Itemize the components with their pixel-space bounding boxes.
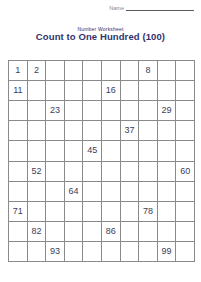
grid-cell-empty[interactable]: [176, 121, 194, 140]
grid-cell-empty[interactable]: [102, 121, 120, 140]
grid-cell-empty[interactable]: [65, 162, 83, 181]
grid-cell-empty[interactable]: [176, 222, 194, 241]
grid-cell-empty[interactable]: [158, 81, 176, 100]
grid-cell-filled[interactable]: 78: [139, 202, 157, 221]
grid-cell-filled[interactable]: 60: [176, 162, 194, 181]
grid-cell-empty[interactable]: [83, 101, 101, 120]
grid-cell-empty[interactable]: [176, 141, 194, 160]
grid-cell-empty[interactable]: [28, 81, 46, 100]
grid-cell-empty[interactable]: [102, 141, 120, 160]
grid-cell-empty[interactable]: [139, 222, 157, 241]
grid-cell-empty[interactable]: [28, 121, 46, 140]
grid-cell-empty[interactable]: [139, 121, 157, 140]
grid-cell-empty[interactable]: [46, 202, 64, 221]
grid-cell-filled[interactable]: 11: [9, 81, 27, 100]
grid-cell-filled[interactable]: 86: [102, 222, 120, 241]
grid-cell-filled[interactable]: 37: [121, 121, 139, 140]
grid-cell-filled[interactable]: 71: [9, 202, 27, 221]
grid-cell-empty[interactable]: [102, 202, 120, 221]
grid-cell-empty[interactable]: [65, 81, 83, 100]
grid-cell-empty[interactable]: [9, 141, 27, 160]
grid-cell-filled[interactable]: 52: [28, 162, 46, 181]
grid-cell-filled[interactable]: 8: [139, 61, 157, 80]
grid-cell-empty[interactable]: [83, 202, 101, 221]
grid-cell-empty[interactable]: [28, 101, 46, 120]
grid-cell-empty[interactable]: [83, 222, 101, 241]
number-grid: 128111623293745526064717882869399: [8, 60, 195, 262]
grid-cell-empty[interactable]: [121, 61, 139, 80]
grid-cell-empty[interactable]: [102, 61, 120, 80]
grid-cell-empty[interactable]: [102, 101, 120, 120]
grid-cell-filled[interactable]: 1: [9, 61, 27, 80]
worksheet-title: Count to One Hundred (100): [0, 31, 201, 42]
grid-cell-empty[interactable]: [46, 141, 64, 160]
grid-cell-empty[interactable]: [46, 182, 64, 201]
name-label: Name: [109, 5, 124, 11]
grid-cell-filled[interactable]: 2: [28, 61, 46, 80]
grid-cell-filled[interactable]: 82: [28, 222, 46, 241]
name-field: Name: [109, 5, 194, 11]
grid-cell-empty[interactable]: [65, 141, 83, 160]
grid-cell-empty[interactable]: [83, 81, 101, 100]
grid-cell-empty[interactable]: [176, 81, 194, 100]
grid-cell-empty[interactable]: [46, 81, 64, 100]
grid-cell-empty[interactable]: [9, 182, 27, 201]
grid-cell-empty[interactable]: [83, 182, 101, 201]
grid-cell-empty[interactable]: [121, 141, 139, 160]
grid-cell-empty[interactable]: [102, 242, 120, 261]
grid-cell-empty[interactable]: [139, 242, 157, 261]
grid-cell-filled[interactable]: 93: [46, 242, 64, 261]
grid-cell-empty[interactable]: [158, 222, 176, 241]
grid-cell-empty[interactable]: [158, 61, 176, 80]
grid-cell-filled[interactable]: 16: [102, 81, 120, 100]
grid-cell-filled[interactable]: 99: [158, 242, 176, 261]
grid-cell-empty[interactable]: [9, 121, 27, 140]
grid-cell-empty[interactable]: [139, 141, 157, 160]
grid-cell-empty[interactable]: [28, 182, 46, 201]
grid-cell-empty[interactable]: [83, 242, 101, 261]
grid-cell-empty[interactable]: [9, 162, 27, 181]
grid-cell-empty[interactable]: [83, 121, 101, 140]
grid-cell-empty[interactable]: [46, 61, 64, 80]
worksheet-page: Name Number Worksheet Count to One Hundr…: [0, 0, 201, 282]
grid-cell-empty[interactable]: [9, 242, 27, 261]
grid-cell-empty[interactable]: [65, 101, 83, 120]
grid-cell-empty[interactable]: [28, 242, 46, 261]
grid-cell-empty[interactable]: [176, 242, 194, 261]
grid-cell-empty[interactable]: [121, 222, 139, 241]
name-write-line[interactable]: [126, 5, 194, 11]
grid-cell-empty[interactable]: [121, 81, 139, 100]
grid-cell-empty[interactable]: [46, 222, 64, 241]
grid-cell-empty[interactable]: [121, 162, 139, 181]
grid-cell-filled[interactable]: 45: [83, 141, 101, 160]
grid-cell-empty[interactable]: [158, 202, 176, 221]
grid-cell-filled[interactable]: 23: [46, 101, 64, 120]
grid-cell-empty[interactable]: [65, 202, 83, 221]
grid-cell-empty[interactable]: [9, 222, 27, 241]
grid-cell-empty[interactable]: [121, 202, 139, 221]
grid-cell-empty[interactable]: [9, 101, 27, 120]
grid-cell-empty[interactable]: [65, 61, 83, 80]
grid-cell-empty[interactable]: [121, 101, 139, 120]
grid-cell-empty[interactable]: [121, 182, 139, 201]
grid-cell-empty[interactable]: [139, 101, 157, 120]
grid-cell-filled[interactable]: 64: [65, 182, 83, 201]
grid-cell-empty[interactable]: [158, 121, 176, 140]
grid-cell-empty[interactable]: [83, 61, 101, 80]
grid-cell-empty[interactable]: [176, 61, 194, 80]
grid-cell-empty[interactable]: [102, 162, 120, 181]
grid-cell-empty[interactable]: [102, 182, 120, 201]
grid-cell-empty[interactable]: [28, 141, 46, 160]
grid-cell-empty[interactable]: [158, 162, 176, 181]
grid-cell-empty[interactable]: [28, 202, 46, 221]
grid-cell-empty[interactable]: [139, 162, 157, 181]
grid-cell-empty[interactable]: [65, 222, 83, 241]
grid-cell-empty[interactable]: [176, 202, 194, 221]
grid-cell-empty[interactable]: [139, 81, 157, 100]
grid-cell-empty[interactable]: [158, 141, 176, 160]
grid-cell-empty[interactable]: [158, 182, 176, 201]
grid-cell-empty[interactable]: [65, 121, 83, 140]
grid-cell-empty[interactable]: [121, 242, 139, 261]
grid-cell-empty[interactable]: [46, 121, 64, 140]
grid-cell-empty[interactable]: [176, 182, 194, 201]
grid-cell-empty[interactable]: [83, 162, 101, 181]
grid-cell-empty[interactable]: [176, 101, 194, 120]
grid-cell-empty[interactable]: [46, 162, 64, 181]
grid-cell-filled[interactable]: 29: [158, 101, 176, 120]
grid-cell-empty[interactable]: [65, 242, 83, 261]
grid-cell-empty[interactable]: [139, 182, 157, 201]
